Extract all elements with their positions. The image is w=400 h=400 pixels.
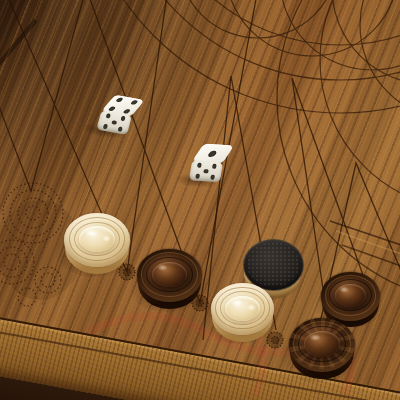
white-die-left[interactable] [88, 90, 135, 140]
white-die-right[interactable] [182, 141, 225, 188]
checker-dome [304, 331, 340, 357]
checker-face [64, 213, 130, 267]
cream-checker-left[interactable] [64, 213, 130, 273]
checker-dome [335, 284, 367, 307]
checker-face [211, 283, 274, 335]
checker-face [289, 318, 355, 372]
cream-checker-center[interactable] [211, 283, 274, 341]
checker-dome [152, 262, 187, 288]
checker-face [321, 272, 380, 321]
checker-face [137, 249, 202, 302]
die-front-face-five [189, 160, 223, 182]
checker-dome [225, 296, 259, 321]
dark-checker-left[interactable] [137, 249, 202, 308]
backgammon-board-photo [0, 0, 400, 400]
checker-dome [79, 226, 115, 252]
dark-checker-front[interactable] [289, 318, 355, 378]
